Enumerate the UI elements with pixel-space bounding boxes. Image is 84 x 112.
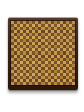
checkerboard-frame bbox=[8, 17, 78, 90]
checkerboard[interactable] bbox=[11, 21, 75, 85]
board-cell[interactable] bbox=[72, 82, 75, 85]
board-photo-scene bbox=[0, 0, 84, 112]
